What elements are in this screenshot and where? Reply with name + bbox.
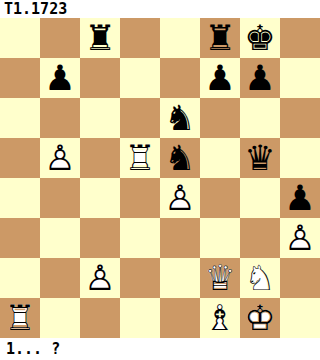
- white-pawn-b5: ♟♙: [40, 138, 80, 178]
- square-f6[interactable]: [200, 98, 240, 138]
- square-h3[interactable]: ♟♙: [280, 218, 320, 258]
- piece-fill: ♜: [80, 18, 120, 58]
- black-rook-f8: ♜: [200, 18, 240, 58]
- black-pawn-b7: ♟: [40, 58, 80, 98]
- chess-board: ♜♜♚♟♟♟♞♟♙♜♖♞♛♟♙♟♟♙♟♙♛♕♞♘♜♖♝♗♚♔: [0, 18, 320, 338]
- square-a2[interactable]: [0, 258, 40, 298]
- square-e8[interactable]: [160, 18, 200, 58]
- square-d2[interactable]: [120, 258, 160, 298]
- piece-outline: ♙: [280, 218, 320, 258]
- square-c4[interactable]: [80, 178, 120, 218]
- square-d1[interactable]: [120, 298, 160, 338]
- white-pawn-h3: ♟♙: [280, 218, 320, 258]
- white-bishop-f1: ♝♗: [200, 298, 240, 338]
- black-pawn-g7: ♟: [240, 58, 280, 98]
- square-e3[interactable]: [160, 218, 200, 258]
- square-g6[interactable]: [240, 98, 280, 138]
- puzzle-id: T1.1723: [0, 0, 67, 18]
- square-d6[interactable]: [120, 98, 160, 138]
- white-pawn-c2: ♟♙: [80, 258, 120, 298]
- black-pawn-h4: ♟: [280, 178, 320, 218]
- square-h5[interactable]: [280, 138, 320, 178]
- footer-bar: 1... ?: [0, 338, 320, 360]
- square-f3[interactable]: [200, 218, 240, 258]
- square-c5[interactable]: [80, 138, 120, 178]
- square-h4[interactable]: ♟: [280, 178, 320, 218]
- white-king-g1: ♚♔: [240, 298, 280, 338]
- piece-fill: ♚: [240, 18, 280, 58]
- piece-outline: ♖: [120, 138, 160, 178]
- piece-outline: ♙: [40, 138, 80, 178]
- white-pawn-e4: ♟♙: [160, 178, 200, 218]
- square-g4[interactable]: [240, 178, 280, 218]
- piece-fill: ♛: [240, 138, 280, 178]
- square-h8[interactable]: [280, 18, 320, 58]
- white-queen-f2: ♛♕: [200, 258, 240, 298]
- square-f7[interactable]: ♟: [200, 58, 240, 98]
- title-bar: T1.1723: [0, 0, 320, 18]
- square-a3[interactable]: [0, 218, 40, 258]
- square-b6[interactable]: [40, 98, 80, 138]
- black-knight-e5: ♞: [160, 138, 200, 178]
- square-b2[interactable]: [40, 258, 80, 298]
- piece-outline: ♙: [80, 258, 120, 298]
- square-a6[interactable]: [0, 98, 40, 138]
- square-e6[interactable]: ♞: [160, 98, 200, 138]
- black-king-g8: ♚: [240, 18, 280, 58]
- piece-fill: ♟: [200, 58, 240, 98]
- black-rook-c8: ♜: [80, 18, 120, 58]
- square-c2[interactable]: ♟♙: [80, 258, 120, 298]
- square-e4[interactable]: ♟♙: [160, 178, 200, 218]
- piece-outline: ♙: [160, 178, 200, 218]
- square-b8[interactable]: [40, 18, 80, 58]
- piece-fill: ♞: [160, 138, 200, 178]
- square-h2[interactable]: [280, 258, 320, 298]
- square-c8[interactable]: ♜: [80, 18, 120, 58]
- square-g5[interactable]: ♛: [240, 138, 280, 178]
- square-d5[interactable]: ♜♖: [120, 138, 160, 178]
- square-e1[interactable]: [160, 298, 200, 338]
- square-f4[interactable]: [200, 178, 240, 218]
- square-g1[interactable]: ♚♔: [240, 298, 280, 338]
- square-a8[interactable]: [0, 18, 40, 58]
- white-rook-a1: ♜♖: [0, 298, 40, 338]
- square-a5[interactable]: [0, 138, 40, 178]
- square-h7[interactable]: [280, 58, 320, 98]
- square-g8[interactable]: ♚: [240, 18, 280, 58]
- piece-outline: ♗: [200, 298, 240, 338]
- piece-fill: ♟: [240, 58, 280, 98]
- square-b7[interactable]: ♟: [40, 58, 80, 98]
- piece-outline: ♖: [0, 298, 40, 338]
- square-h6[interactable]: [280, 98, 320, 138]
- piece-outline: ♕: [200, 258, 240, 298]
- piece-fill: ♟: [280, 178, 320, 218]
- black-pawn-f7: ♟: [200, 58, 240, 98]
- square-b4[interactable]: [40, 178, 80, 218]
- move-prompt: 1... ?: [0, 338, 60, 360]
- square-f2[interactable]: ♛♕: [200, 258, 240, 298]
- square-d3[interactable]: [120, 218, 160, 258]
- square-e5[interactable]: ♞: [160, 138, 200, 178]
- square-b3[interactable]: [40, 218, 80, 258]
- square-f8[interactable]: ♜: [200, 18, 240, 58]
- black-queen-g5: ♛: [240, 138, 280, 178]
- white-knight-g2: ♞♘: [240, 258, 280, 298]
- square-c3[interactable]: [80, 218, 120, 258]
- square-c7[interactable]: [80, 58, 120, 98]
- piece-outline: ♔: [240, 298, 280, 338]
- piece-fill: ♟: [40, 58, 80, 98]
- piece-outline: ♘: [240, 258, 280, 298]
- piece-fill: ♜: [200, 18, 240, 58]
- square-g3[interactable]: [240, 218, 280, 258]
- square-a4[interactable]: [0, 178, 40, 218]
- square-g7[interactable]: ♟: [240, 58, 280, 98]
- square-d8[interactable]: [120, 18, 160, 58]
- square-e2[interactable]: [160, 258, 200, 298]
- square-c6[interactable]: [80, 98, 120, 138]
- square-b5[interactable]: ♟♙: [40, 138, 80, 178]
- puzzle-window: T1.1723 ♜♜♚♟♟♟♞♟♙♜♖♞♛♟♙♟♟♙♟♙♛♕♞♘♜♖♝♗♚♔ 1…: [0, 0, 320, 360]
- square-e7[interactable]: [160, 58, 200, 98]
- square-d7[interactable]: [120, 58, 160, 98]
- square-b1[interactable]: [40, 298, 80, 338]
- square-f1[interactable]: ♝♗: [200, 298, 240, 338]
- square-f5[interactable]: [200, 138, 240, 178]
- black-knight-e6: ♞: [160, 98, 200, 138]
- square-g2[interactable]: ♞♘: [240, 258, 280, 298]
- piece-fill: ♞: [160, 98, 200, 138]
- square-c1[interactable]: [80, 298, 120, 338]
- square-a1[interactable]: ♜♖: [0, 298, 40, 338]
- square-a7[interactable]: [0, 58, 40, 98]
- square-d4[interactable]: [120, 178, 160, 218]
- white-rook-d5: ♜♖: [120, 138, 160, 178]
- square-h1[interactable]: [280, 298, 320, 338]
